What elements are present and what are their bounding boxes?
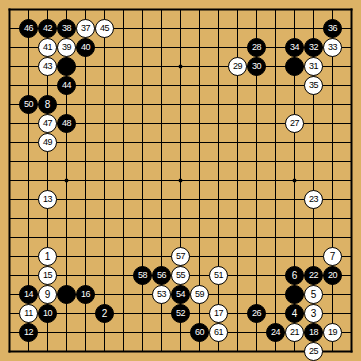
stone-move-number: 29 [233,62,242,71]
stone-move-number: 38 [62,24,71,33]
stone-white-13[interactable]: 13 [38,190,57,209]
stone-move-number: 22 [309,271,318,280]
stone-move-number: 56 [157,271,166,280]
stone-white-61[interactable]: 61 [209,323,228,342]
stone-move-number: 15 [43,271,52,280]
stone-move-number: 21 [290,328,299,337]
stone-black-handicap[interactable] [285,285,304,304]
stone-black-16[interactable]: 16 [76,285,95,304]
stone-white-59[interactable]: 59 [190,285,209,304]
stone-black-50[interactable]: 50 [19,95,38,114]
stone-black-24[interactable]: 24 [266,323,285,342]
go-board[interactable]: 4642383745364139402834323343293031443550… [0,0,361,361]
stone-black-20[interactable]: 20 [323,266,342,285]
stone-move-number: 57 [176,252,185,261]
stone-move-number: 54 [176,290,185,299]
stone-black-56[interactable]: 56 [152,266,171,285]
stone-move-number: 2 [102,308,108,318]
stone-black-48[interactable]: 48 [57,114,76,133]
stone-move-number: 33 [328,43,337,52]
stone-white-23[interactable]: 23 [304,190,323,209]
stone-black-6[interactable]: 6 [285,266,304,285]
stone-white-21[interactable]: 21 [285,323,304,342]
stone-white-5[interactable]: 5 [304,285,323,304]
stone-black-42[interactable]: 42 [38,19,57,38]
stone-move-number: 23 [309,195,318,204]
stone-move-number: 3 [311,308,317,318]
stone-move-number: 28 [252,43,261,52]
stone-move-number: 25 [309,347,318,356]
stone-move-number: 41 [43,43,52,52]
stone-move-number: 5 [311,289,317,299]
stone-black-46[interactable]: 46 [19,19,38,38]
stone-black-52[interactable]: 52 [171,304,190,323]
stone-white-57[interactable]: 57 [171,247,190,266]
stone-move-number: 26 [252,309,261,318]
stone-move-number: 7 [330,251,336,261]
stone-black-handicap[interactable] [57,57,76,76]
stone-move-number: 53 [157,290,166,299]
stone-white-11[interactable]: 11 [19,304,38,323]
stone-white-3[interactable]: 3 [304,304,323,323]
stone-white-49[interactable]: 49 [38,133,57,152]
stone-black-18[interactable]: 18 [304,323,323,342]
stone-move-number: 4 [292,308,298,318]
stone-white-9[interactable]: 9 [38,285,57,304]
stone-white-33[interactable]: 33 [323,38,342,57]
stone-white-47[interactable]: 47 [38,114,57,133]
stone-black-2[interactable]: 2 [95,304,114,323]
stone-black-36[interactable]: 36 [323,19,342,38]
stone-black-34[interactable]: 34 [285,38,304,57]
stone-white-27[interactable]: 27 [285,114,304,133]
stone-white-15[interactable]: 15 [38,266,57,285]
stone-move-number: 6 [292,270,298,280]
stone-black-32[interactable]: 32 [304,38,323,57]
stone-white-53[interactable]: 53 [152,285,171,304]
stone-move-number: 51 [214,271,223,280]
stone-black-14[interactable]: 14 [19,285,38,304]
stone-black-handicap[interactable] [57,285,76,304]
stone-move-number: 13 [43,195,52,204]
stone-move-number: 12 [24,328,33,337]
stone-move-number: 16 [81,290,90,299]
stone-black-44[interactable]: 44 [57,76,76,95]
stone-move-number: 52 [176,309,185,318]
stone-black-22[interactable]: 22 [304,266,323,285]
stone-move-number: 34 [290,43,299,52]
stone-black-40[interactable]: 40 [76,38,95,57]
stone-black-handicap[interactable] [285,57,304,76]
stone-move-number: 39 [62,43,71,52]
stone-move-number: 36 [328,24,337,33]
stone-move-number: 35 [309,81,318,90]
stone-white-19[interactable]: 19 [323,323,342,342]
stone-move-number: 60 [195,328,204,337]
stone-white-17[interactable]: 17 [209,304,228,323]
stone-move-number: 47 [43,119,52,128]
stone-move-number: 31 [309,62,318,71]
stone-white-55[interactable]: 55 [171,266,190,285]
stone-move-number: 50 [24,100,33,109]
stone-black-60[interactable]: 60 [190,323,209,342]
stone-move-number: 32 [309,43,318,52]
stone-white-31[interactable]: 31 [304,57,323,76]
stone-move-number: 44 [62,81,71,90]
stone-move-number: 20 [328,271,337,280]
stone-move-number: 14 [24,290,33,299]
stone-black-58[interactable]: 58 [133,266,152,285]
stone-white-51[interactable]: 51 [209,266,228,285]
stone-move-number: 1 [45,251,51,261]
stone-move-number: 30 [252,62,261,71]
stone-move-number: 24 [271,328,280,337]
stone-move-number: 27 [290,119,299,128]
stone-black-10[interactable]: 10 [38,304,57,323]
stone-white-35[interactable]: 35 [304,76,323,95]
stone-move-number: 17 [214,309,223,318]
stone-black-8[interactable]: 8 [38,95,57,114]
stone-move-number: 49 [43,138,52,147]
stone-black-38[interactable]: 38 [57,19,76,38]
stone-move-number: 55 [176,271,185,280]
stone-white-7[interactable]: 7 [323,247,342,266]
stone-move-number: 37 [81,24,90,33]
stone-move-number: 9 [45,289,51,299]
stone-move-number: 18 [309,328,318,337]
stone-move-number: 43 [43,62,52,71]
stone-black-26[interactable]: 26 [247,304,266,323]
stone-move-number: 8 [45,99,51,109]
stone-white-43[interactable]: 43 [38,57,57,76]
stone-move-number: 42 [43,24,52,33]
stone-move-number: 11 [24,309,33,318]
stone-move-number: 40 [81,43,90,52]
stone-move-number: 58 [138,271,147,280]
stone-white-29[interactable]: 29 [228,57,247,76]
stone-black-30[interactable]: 30 [247,57,266,76]
stone-white-41[interactable]: 41 [38,38,57,57]
stone-black-4[interactable]: 4 [285,304,304,323]
stone-white-25[interactable]: 25 [304,342,323,361]
stone-move-number: 46 [24,24,33,33]
stone-move-number: 59 [195,290,204,299]
stone-white-39[interactable]: 39 [57,38,76,57]
stone-black-12[interactable]: 12 [19,323,38,342]
stone-move-number: 61 [214,328,223,337]
stone-move-number: 19 [328,328,337,337]
stone-move-number: 45 [100,24,109,33]
stone-white-45[interactable]: 45 [95,19,114,38]
stone-black-54[interactable]: 54 [171,285,190,304]
stone-black-28[interactable]: 28 [247,38,266,57]
stones-layer: 4642383745364139402834323343293031443550… [0,0,361,361]
stone-white-37[interactable]: 37 [76,19,95,38]
stone-move-number: 10 [43,309,52,318]
stone-white-1[interactable]: 1 [38,247,57,266]
stone-move-number: 48 [62,119,71,128]
